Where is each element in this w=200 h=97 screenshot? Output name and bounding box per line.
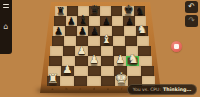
piece-white-pawn-f3[interactable]: ♟ [115,55,125,66]
redo-icon: ↷ [188,17,195,25]
undo-button[interactable]: ↶ [185,1,198,13]
piece-white-bishop-e5[interactable]: ♝ [101,34,112,46]
piece-white-knight-g3[interactable]: ♞ [128,53,139,66]
status-value: Thinking… [163,87,191,92]
piece-white-pawn-d3[interactable]: ♟ [89,55,99,66]
status-bar: You vs. CPU: Thinking… [127,84,197,95]
status-label: You vs. CPU: [133,87,161,92]
piece-black-pawn-d6[interactable]: ♟ [90,26,99,36]
redo-button[interactable]: ↷ [185,15,198,27]
piece-black-knight-h8[interactable]: ♞ [135,5,144,15]
piece-white-king-f1[interactable]: ♚ [115,71,128,85]
home-icon[interactable]: ⌂ [3,23,8,31]
piece-black-queen-d8[interactable]: ♛ [90,5,100,16]
piece-white-pawn-b2[interactable]: ♟ [62,64,72,75]
piece-white-rook-a1[interactable]: ♜ [47,72,59,85]
piece-black-rook-a8[interactable]: ♜ [56,6,65,16]
piece-black-pawn-c6[interactable]: ♟ [78,26,87,36]
left-toolbar: ⌂ [0,0,12,54]
piece-black-pawn-a6[interactable]: ♟ [54,26,63,36]
piece-white-pawn-c4[interactable]: ♟ [77,45,86,55]
piece-black-pawn-g7[interactable]: ♟ [125,16,133,25]
badge-square-icon [174,44,178,48]
undo-icon: ↶ [188,3,195,11]
menu-icon[interactable] [3,4,10,8]
piece-black-pawn-e7[interactable]: ♟ [102,16,110,25]
chess-app-screen: abcdefgh ♜♛♚♞♟♝♟♟♟♟♟♞♝♟♟♟♞♟♜♚ ⌂ ↶ ↷ You … [0,0,200,97]
notification-badge[interactable] [171,41,182,52]
piece-black-king-g8[interactable]: ♚ [123,5,133,16]
piece-white-knight-h6[interactable]: ♞ [137,24,147,35]
piece-layer: ♜♛♚♞♟♝♟♟♟♟♟♞♝♟♟♟♞♟♜♚ [0,0,200,97]
piece-black-pawn-b7[interactable]: ♟ [67,16,75,25]
